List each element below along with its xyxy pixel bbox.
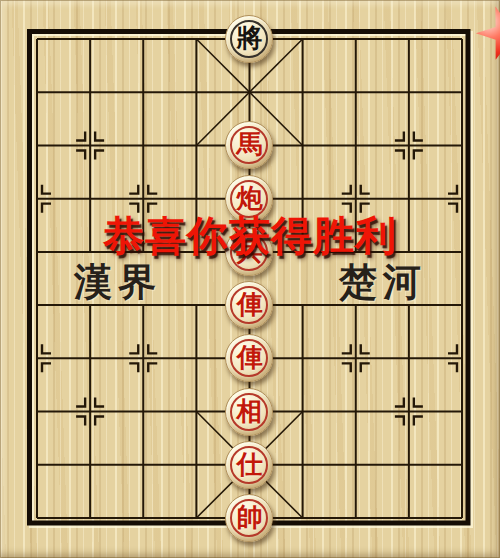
xiangqi-board: 漢界 楚河 將馬炮兵俥俥相仕帥 恭喜你获得胜利 [0,0,500,558]
piece-red-advisor[interactable]: 仕 [225,441,273,489]
piece-glyph: 馬 [226,122,272,168]
piece-red-horse[interactable]: 馬 [225,121,273,169]
piece-glyph: 俥 [226,282,272,328]
piece-red-chariot[interactable]: 俥 [225,334,273,382]
piece-glyph: 俥 [226,335,272,381]
piece-glyph: 相 [226,389,272,435]
piece-red-chariot[interactable]: 俥 [225,281,273,329]
piece-glyph: 仕 [226,442,272,488]
piece-layer: 將馬炮兵俥俥相仕帥 [10,12,488,544]
piece-glyph: 將 [226,16,272,62]
victory-message: 恭喜你获得胜利 [0,209,500,264]
piece-red-elephant[interactable]: 相 [225,388,273,436]
piece-red-general[interactable]: 帥 [225,494,273,542]
piece-glyph: 帥 [226,495,272,541]
piece-black-general[interactable]: 將 [225,15,273,63]
